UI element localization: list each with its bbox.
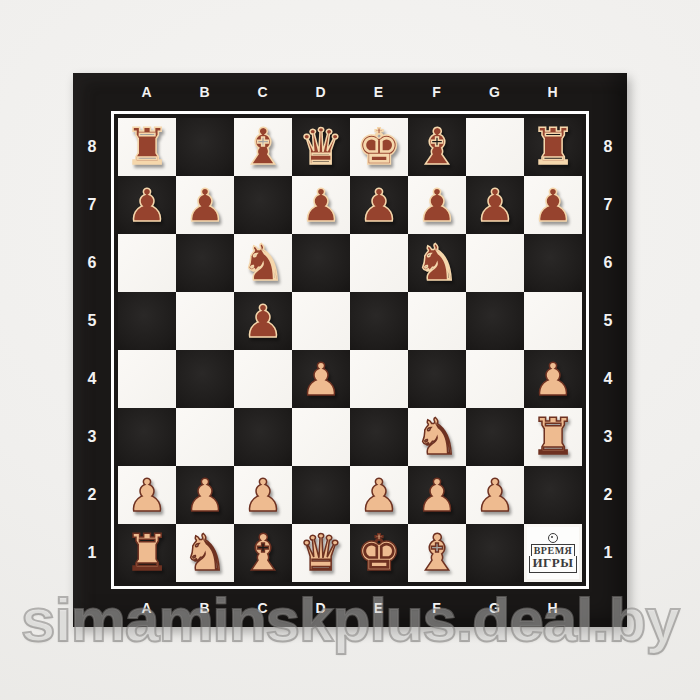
square-a2[interactable]: ♟ — [118, 466, 176, 524]
square-d5[interactable] — [292, 292, 350, 350]
square-a8[interactable]: ♜ — [118, 118, 176, 176]
square-e4[interactable] — [350, 350, 408, 408]
file-labels-top: ABCDEFGH — [118, 73, 582, 111]
square-f2[interactable]: ♟ — [408, 466, 466, 524]
piece-wN-b1[interactable]: ♞ — [183, 528, 228, 578]
square-f7[interactable]: ♟ — [408, 176, 466, 234]
square-b7[interactable]: ♟ — [176, 176, 234, 234]
rank-label-7: 7 — [589, 176, 627, 234]
square-e7[interactable]: ♟ — [350, 176, 408, 234]
rank-label-8: 8 — [589, 118, 627, 176]
square-b8[interactable] — [176, 118, 234, 176]
piece-wP-a2[interactable]: ♟ — [127, 473, 167, 518]
rank-label-3: 3 — [589, 408, 627, 466]
photo-background: ABCDEFGH ABCDEFGH 87654321 87654321 ♜♝♛♚… — [0, 0, 700, 700]
piece-bP-b7[interactable]: ♟ — [185, 183, 225, 228]
piece-bP-h7[interactable]: ♟ — [533, 183, 573, 228]
square-a5[interactable] — [118, 292, 176, 350]
square-f1[interactable]: ♝ — [408, 524, 466, 582]
square-d3[interactable] — [292, 408, 350, 466]
square-g7[interactable]: ♟ — [466, 176, 524, 234]
piece-bP-d7[interactable]: ♟ — [301, 183, 341, 228]
file-label-G: G — [466, 73, 524, 111]
rank-label-1: 1 — [589, 524, 627, 582]
piece-wK-e1[interactable]: ♚ — [357, 528, 402, 578]
brand-logo-line2: ИГРЫ — [529, 556, 576, 572]
square-c5[interactable]: ♟ — [234, 292, 292, 350]
square-g8[interactable] — [466, 118, 524, 176]
piece-bN-f6[interactable]: ♞ — [415, 238, 460, 288]
square-c8[interactable]: ♝ — [234, 118, 292, 176]
piece-bP-f7[interactable]: ♟ — [417, 183, 457, 228]
square-h8[interactable]: ♜ — [524, 118, 582, 176]
square-c4[interactable] — [234, 350, 292, 408]
square-c7[interactable] — [234, 176, 292, 234]
square-f6[interactable]: ♞ — [408, 234, 466, 292]
rank-labels-right: 87654321 — [589, 118, 627, 582]
piece-bP-a7[interactable]: ♟ — [127, 183, 167, 228]
square-d7[interactable]: ♟ — [292, 176, 350, 234]
square-e6[interactable] — [350, 234, 408, 292]
brand-emblem-icon — [548, 533, 558, 543]
file-label-B: B — [176, 73, 234, 111]
square-d8[interactable]: ♛ — [292, 118, 350, 176]
square-d1[interactable]: ♛ — [292, 524, 350, 582]
square-a7[interactable]: ♟ — [118, 176, 176, 234]
rank-label-5: 5 — [589, 292, 627, 350]
square-g5[interactable] — [466, 292, 524, 350]
square-e8[interactable]: ♚ — [350, 118, 408, 176]
piece-wP-h4[interactable]: ♟ — [533, 357, 573, 402]
rank-label-2: 2 — [73, 466, 111, 524]
rank-label-6: 6 — [589, 234, 627, 292]
square-a3[interactable] — [118, 408, 176, 466]
square-h2[interactable] — [524, 466, 582, 524]
square-g3[interactable] — [466, 408, 524, 466]
piece-wR-h3[interactable]: ♜ — [531, 412, 576, 462]
piece-bP-c5[interactable]: ♟ — [243, 299, 283, 344]
rank-label-4: 4 — [589, 350, 627, 408]
watermark: simaminskplus.deal.by — [0, 584, 700, 655]
rank-label-5: 5 — [73, 292, 111, 350]
piece-bR-h8[interactable]: ♜ — [531, 122, 576, 172]
file-label-D: D — [292, 73, 350, 111]
square-b4[interactable] — [176, 350, 234, 408]
square-f4[interactable] — [408, 350, 466, 408]
square-f8[interactable]: ♝ — [408, 118, 466, 176]
piece-bR-a8[interactable]: ♜ — [125, 122, 170, 172]
square-b3[interactable] — [176, 408, 234, 466]
square-c6[interactable]: ♞ — [234, 234, 292, 292]
square-b6[interactable] — [176, 234, 234, 292]
piece-wP-g2[interactable]: ♟ — [475, 473, 515, 518]
square-h7[interactable]: ♟ — [524, 176, 582, 234]
square-g2[interactable]: ♟ — [466, 466, 524, 524]
square-h4[interactable]: ♟ — [524, 350, 582, 408]
rank-labels-left: 87654321 — [73, 118, 111, 582]
piece-wP-d4[interactable]: ♟ — [301, 357, 341, 402]
piece-bP-g7[interactable]: ♟ — [475, 183, 515, 228]
piece-bK-e8[interactable]: ♚ — [357, 122, 402, 172]
piece-wB-f1[interactable]: ♝ — [415, 528, 460, 578]
board-frame: ♜♝♛♚♝♜♟♟♟♟♟♟♟♞♞♟♟♟♞♜♟♟♟♟♟♟♜♞♝♛♚♝ВРЕМЯИГР… — [111, 111, 589, 589]
file-label-C: C — [234, 73, 292, 111]
rank-label-1: 1 — [73, 524, 111, 582]
piece-wN-f3[interactable]: ♞ — [415, 412, 460, 462]
square-g1[interactable] — [466, 524, 524, 582]
rank-label-7: 7 — [73, 176, 111, 234]
rank-label-2: 2 — [589, 466, 627, 524]
piece-wP-b2[interactable]: ♟ — [185, 473, 225, 518]
square-g6[interactable] — [466, 234, 524, 292]
file-label-A: A — [118, 73, 176, 111]
rank-label-3: 3 — [73, 408, 111, 466]
square-d6[interactable] — [292, 234, 350, 292]
square-f5[interactable] — [408, 292, 466, 350]
square-g4[interactable] — [466, 350, 524, 408]
square-e1[interactable]: ♚ — [350, 524, 408, 582]
square-b5[interactable] — [176, 292, 234, 350]
square-c1[interactable]: ♝ — [234, 524, 292, 582]
piece-wP-c2[interactable]: ♟ — [243, 473, 283, 518]
brand-logo: ВРЕМЯИГРЫ — [527, 527, 579, 579]
square-a4[interactable] — [118, 350, 176, 408]
file-label-F: F — [408, 73, 466, 111]
square-b1[interactable]: ♞ — [176, 524, 234, 582]
square-h5[interactable] — [524, 292, 582, 350]
piece-bQ-d8[interactable]: ♛ — [299, 122, 344, 172]
square-h3[interactable]: ♜ — [524, 408, 582, 466]
piece-bB-f8[interactable]: ♝ — [415, 122, 460, 172]
file-label-H: H — [524, 73, 582, 111]
piece-bP-e7[interactable]: ♟ — [359, 183, 399, 228]
piece-wP-f2[interactable]: ♟ — [417, 473, 457, 518]
rank-label-4: 4 — [73, 350, 111, 408]
square-d2[interactable] — [292, 466, 350, 524]
piece-wR-a1[interactable]: ♜ — [125, 528, 170, 578]
demo-chessboard: ABCDEFGH ABCDEFGH 87654321 87654321 ♜♝♛♚… — [73, 73, 627, 627]
rank-label-8: 8 — [73, 118, 111, 176]
rank-label-6: 6 — [73, 234, 111, 292]
square-c3[interactable] — [234, 408, 292, 466]
square-e2[interactable]: ♟ — [350, 466, 408, 524]
square-b2[interactable]: ♟ — [176, 466, 234, 524]
square-e5[interactable] — [350, 292, 408, 350]
square-h6[interactable] — [524, 234, 582, 292]
board-grid: ♜♝♛♚♝♜♟♟♟♟♟♟♟♞♞♟♟♟♞♜♟♟♟♟♟♟♜♞♝♛♚♝ВРЕМЯИГР… — [118, 118, 582, 582]
piece-wP-e2[interactable]: ♟ — [359, 473, 399, 518]
square-d4[interactable]: ♟ — [292, 350, 350, 408]
piece-bB-c8[interactable]: ♝ — [241, 122, 286, 172]
square-a1[interactable]: ♜ — [118, 524, 176, 582]
piece-wB-c1[interactable]: ♝ — [241, 528, 286, 578]
square-a6[interactable] — [118, 234, 176, 292]
square-h1[interactable]: ВРЕМЯИГРЫ — [524, 524, 582, 582]
piece-wQ-d1[interactable]: ♛ — [299, 528, 344, 578]
square-e3[interactable] — [350, 408, 408, 466]
file-label-E: E — [350, 73, 408, 111]
square-c2[interactable]: ♟ — [234, 466, 292, 524]
piece-bN-c6[interactable]: ♞ — [241, 238, 286, 288]
square-f3[interactable]: ♞ — [408, 408, 466, 466]
